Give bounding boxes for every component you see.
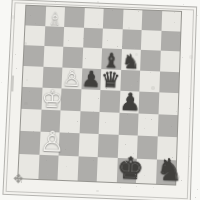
square-h1: ♞ bbox=[156, 160, 176, 185]
square-d3 bbox=[79, 111, 99, 134]
square-b3 bbox=[40, 110, 60, 133]
square-a3 bbox=[21, 109, 42, 132]
piece-white-pawn: ♙ bbox=[61, 68, 81, 91]
square-f6: ♞ bbox=[121, 49, 141, 71]
square-g3 bbox=[138, 114, 158, 137]
piece-black-pawn: ♟ bbox=[81, 68, 101, 91]
square-f3 bbox=[118, 113, 138, 136]
square-b8: ♗ bbox=[45, 6, 65, 26]
piece-white-bishop: ♗ bbox=[45, 10, 65, 28]
square-h6 bbox=[160, 51, 180, 73]
square-c2 bbox=[59, 132, 80, 156]
square-b6 bbox=[43, 46, 63, 68]
square-e6: ♝ bbox=[101, 48, 121, 70]
square-c7 bbox=[63, 27, 83, 48]
square-a8 bbox=[25, 6, 45, 26]
square-g4 bbox=[139, 92, 159, 115]
square-g2 bbox=[137, 136, 157, 160]
square-e1 bbox=[97, 157, 118, 182]
piece-white-pawn: ♙ bbox=[39, 128, 60, 157]
square-c6 bbox=[62, 47, 82, 69]
square-h3 bbox=[157, 114, 177, 137]
square-g6 bbox=[140, 50, 160, 72]
square-a6 bbox=[24, 45, 44, 67]
square-f8 bbox=[122, 10, 142, 30]
square-f2 bbox=[117, 135, 137, 159]
square-d4 bbox=[80, 89, 100, 112]
piece-black-queen: ♛ bbox=[100, 69, 120, 92]
square-d6 bbox=[82, 48, 102, 70]
square-b4: ♔ bbox=[41, 88, 61, 111]
square-g8 bbox=[142, 10, 162, 30]
edge-marking bbox=[11, 75, 14, 91]
square-a7 bbox=[24, 25, 44, 46]
square-b7 bbox=[44, 26, 64, 47]
piece-black-pawn: ♟ bbox=[119, 90, 139, 115]
square-h4 bbox=[158, 92, 178, 115]
square-h2 bbox=[156, 136, 176, 160]
square-e4 bbox=[100, 90, 120, 113]
square-h7 bbox=[160, 31, 180, 52]
chessboard: ♗♝♞♙♟♛♔♟♙♚♞ bbox=[17, 5, 182, 186]
square-c8 bbox=[64, 7, 84, 27]
square-c1 bbox=[58, 156, 79, 181]
square-c5: ♙ bbox=[61, 68, 81, 90]
square-g7 bbox=[141, 30, 161, 51]
square-a2 bbox=[19, 131, 40, 155]
corner-ornament-icon: ❖ bbox=[9, 169, 28, 190]
square-a4 bbox=[22, 87, 42, 110]
square-d1 bbox=[77, 156, 98, 181]
square-a5 bbox=[23, 66, 43, 88]
square-f7 bbox=[121, 29, 141, 50]
square-d7 bbox=[83, 28, 103, 49]
square-c4 bbox=[61, 88, 81, 111]
square-d2 bbox=[78, 133, 99, 157]
square-f5 bbox=[120, 70, 140, 92]
piece-black-knight: ♞ bbox=[121, 51, 141, 72]
square-e3 bbox=[99, 112, 119, 135]
square-e8 bbox=[103, 9, 123, 29]
square-e5: ♛ bbox=[100, 69, 120, 91]
chessboard-sheet: ♗♝♞♙♟♛♔♟♙♚♞ ❖ bbox=[2, 0, 197, 200]
square-f1: ♚ bbox=[116, 158, 137, 183]
square-h5 bbox=[159, 71, 179, 93]
square-g5 bbox=[139, 71, 159, 93]
square-g1 bbox=[136, 159, 156, 184]
square-c3 bbox=[60, 110, 80, 133]
square-b2: ♙ bbox=[39, 132, 60, 156]
board-photo: ♗♝♞♙♟♛♔♟♙♚♞ ❖ bbox=[0, 0, 200, 200]
square-d5: ♟ bbox=[81, 68, 101, 90]
square-b5 bbox=[42, 67, 62, 89]
square-h8 bbox=[161, 11, 181, 31]
square-b1 bbox=[38, 155, 59, 180]
piece-black-bishop: ♝ bbox=[101, 50, 121, 71]
square-e2 bbox=[98, 134, 118, 158]
square-d8 bbox=[84, 8, 104, 28]
piece-white-king: ♔ bbox=[41, 87, 62, 112]
square-e7 bbox=[102, 29, 122, 50]
square-f4: ♟ bbox=[119, 91, 139, 114]
